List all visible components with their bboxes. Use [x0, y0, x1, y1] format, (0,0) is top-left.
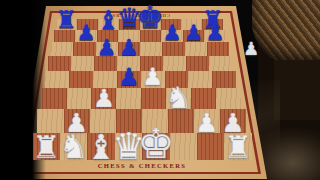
square-g1 — [197, 133, 224, 160]
square-e1 — [142, 133, 169, 160]
square-a7 — [54, 30, 76, 42]
square-d4 — [117, 71, 141, 88]
square-b7 — [75, 30, 97, 42]
square-h3 — [216, 88, 241, 109]
square-d6 — [118, 42, 140, 56]
square-h2 — [220, 109, 246, 133]
square-f1 — [170, 133, 197, 160]
square-c2 — [90, 109, 116, 133]
square-b2 — [64, 109, 90, 133]
square-a3 — [42, 88, 67, 109]
square-f2 — [168, 109, 194, 133]
square-g8 — [181, 19, 202, 30]
square-e8 — [140, 19, 161, 30]
square-e4 — [141, 71, 165, 88]
square-h5 — [209, 56, 232, 71]
square-h7 — [204, 30, 226, 42]
square-h4 — [212, 71, 236, 88]
square-d1 — [115, 133, 142, 160]
square-a2 — [37, 109, 63, 133]
board-title-bottom: CHESS & CHECKERS — [76, 162, 208, 169]
square-c4 — [93, 71, 117, 88]
board-title-top: CHESS & CHECKERS — [91, 13, 191, 18]
square-c6 — [96, 42, 118, 56]
square-d7 — [118, 30, 140, 42]
square-g3 — [191, 88, 216, 109]
square-b5 — [71, 56, 94, 71]
square-a4 — [45, 71, 69, 88]
square-f7 — [161, 30, 183, 42]
square-d2 — [116, 109, 142, 133]
square-d8 — [119, 19, 140, 30]
square-h6 — [207, 42, 229, 56]
square-b6 — [73, 42, 95, 56]
square-e3 — [141, 88, 166, 109]
square-e5 — [140, 56, 163, 71]
square-b1 — [60, 133, 87, 160]
square-f5 — [163, 56, 186, 71]
square-g6 — [185, 42, 207, 56]
square-f4 — [165, 71, 189, 88]
square-h1 — [224, 133, 251, 160]
square-h8 — [202, 19, 223, 30]
square-c8 — [98, 19, 119, 30]
square-a1 — [33, 133, 60, 160]
square-b4 — [69, 71, 93, 88]
photo-scene: CHESS & CHECKERS CHESS & CHECKERS ♜♝♛♚♜♟… — [0, 0, 320, 180]
square-e7 — [140, 30, 162, 42]
square-e2 — [142, 109, 168, 133]
square-a6 — [51, 42, 73, 56]
chair-shadow — [274, 60, 320, 120]
square-f6 — [162, 42, 184, 56]
square-d5 — [117, 56, 140, 71]
square-c1 — [87, 133, 114, 160]
square-b8 — [77, 19, 98, 30]
square-g5 — [186, 56, 209, 71]
square-e6 — [140, 42, 162, 56]
square-b3 — [67, 88, 92, 109]
square-a8 — [56, 19, 77, 30]
square-g4 — [188, 71, 212, 88]
square-c3 — [91, 88, 116, 109]
square-c5 — [94, 56, 117, 71]
square-a5 — [48, 56, 71, 71]
square-g2 — [194, 109, 220, 133]
square-g7 — [183, 30, 205, 42]
square-f8 — [161, 19, 182, 30]
square-d3 — [116, 88, 141, 109]
square-c7 — [97, 30, 119, 42]
square-f3 — [166, 88, 191, 109]
